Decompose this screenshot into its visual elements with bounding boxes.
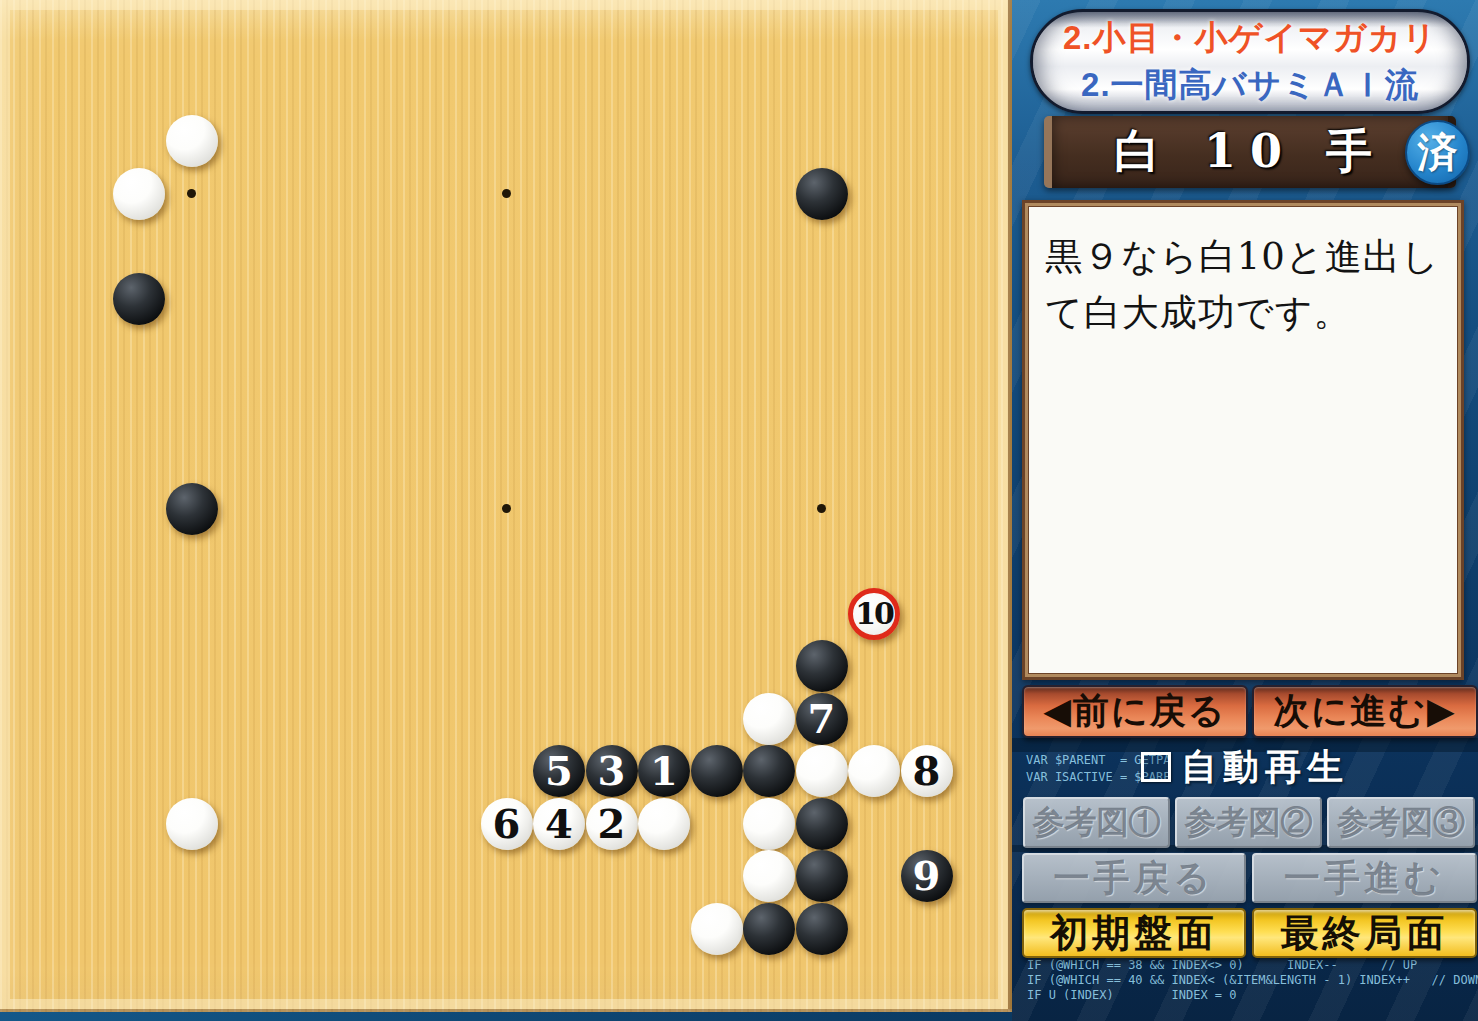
lesson-title-line2: 2.一間高バサミＡＩ流 — [1081, 63, 1419, 108]
autoplay-label: 自動再生 — [1181, 743, 1349, 792]
move-number-label: 3 — [598, 751, 626, 791]
ref-diagram-3-button[interactable]: 参考図③ — [1327, 797, 1475, 848]
stone-white — [743, 798, 795, 850]
stone-black — [796, 640, 848, 692]
ref-diagram-1-button[interactable]: 参考図① — [1023, 797, 1170, 848]
stone-black-3: 3 — [586, 745, 638, 797]
initial-board-button[interactable]: 初期盤面 — [1022, 908, 1246, 958]
star-point — [187, 189, 196, 198]
stone-black-9: 9 — [901, 850, 953, 902]
stone-white — [638, 798, 690, 850]
move-number-label: 5 — [545, 751, 573, 791]
stone-black — [166, 483, 218, 535]
star-point — [502, 189, 511, 198]
autoplay-row: 自動再生 — [1012, 744, 1478, 790]
commentary-box: 黒９なら白10と進出して白大成功です。 — [1022, 200, 1464, 680]
stone-white — [743, 693, 795, 745]
move-counter-text: 白 10 手 — [1114, 121, 1386, 183]
app-window: VAR $PARENT = GETPA VAR ISACTIVE = $PARE… — [0, 0, 1478, 1021]
stone-black-1: 1 — [638, 745, 690, 797]
stone-black — [796, 168, 848, 220]
final-board-button[interactable]: 最終局面 — [1252, 908, 1477, 958]
stone-white — [691, 903, 743, 955]
move-number-label: 10 — [855, 599, 893, 629]
board-grid: 10753186429 — [33, 35, 980, 982]
stone-white-10: 10 — [848, 588, 900, 640]
move-number-label: 8 — [913, 751, 941, 791]
stone-white-8: 8 — [901, 745, 953, 797]
code-fragment: IF (@WHICH == 38 && INDEX<> 0) INDEX-- /… — [1027, 958, 1417, 972]
code-fragment: IF U (INDEX) INDEX = 0 — [1027, 988, 1237, 1002]
move-number-label: 2 — [598, 804, 626, 844]
move-number-label: 4 — [545, 804, 573, 844]
next-button[interactable]: 次に進む▶ — [1252, 685, 1478, 738]
stone-black — [796, 850, 848, 902]
stone-white — [166, 798, 218, 850]
stone-white-4: 4 — [533, 798, 585, 850]
stone-black — [743, 903, 795, 955]
go-board: 10753186429 — [0, 0, 1012, 1012]
stone-white — [848, 745, 900, 797]
stone-white-2: 2 — [586, 798, 638, 850]
completed-badge: 済 — [1405, 120, 1470, 185]
move-number-label: 9 — [913, 856, 941, 896]
stone-black-7: 7 — [796, 693, 848, 745]
step-forward-button[interactable]: 一手進む — [1252, 853, 1477, 903]
code-fragment: IF (@WHICH == 40 && INDEX< (&ITEM&LENGTH… — [1027, 973, 1478, 987]
move-number-label: 1 — [650, 751, 678, 791]
lesson-title-line1: 2.小目・小ゲイマガカリ — [1063, 16, 1437, 61]
move-number-label: 6 — [493, 804, 521, 844]
lesson-title-pill: 2.小目・小ゲイマガカリ 2.一間高バサミＡＩ流 — [1030, 9, 1470, 114]
completed-badge-text: 済 — [1418, 125, 1458, 180]
stone-white-6: 6 — [481, 798, 533, 850]
move-number-label: 7 — [808, 699, 836, 739]
stone-black — [796, 903, 848, 955]
star-point — [817, 504, 826, 513]
star-point — [502, 504, 511, 513]
stone-white — [743, 850, 795, 902]
stone-white — [796, 745, 848, 797]
stone-black — [691, 745, 743, 797]
move-counter-bar: 白 10 手 — [1044, 116, 1456, 188]
step-back-button[interactable]: 一手戻る — [1022, 853, 1246, 903]
commentary-text: 黒９なら白10と進出して白大成功です。 — [1045, 229, 1441, 340]
ref-diagram-2-button[interactable]: 参考図② — [1175, 797, 1322, 848]
stone-black — [796, 798, 848, 850]
stone-black-5: 5 — [533, 745, 585, 797]
autoplay-checkbox[interactable] — [1141, 752, 1171, 782]
prev-button[interactable]: ◀前に戻る — [1022, 685, 1248, 738]
stone-black — [743, 745, 795, 797]
stone-white — [166, 115, 218, 167]
stone-white — [113, 168, 165, 220]
stone-black — [113, 273, 165, 325]
